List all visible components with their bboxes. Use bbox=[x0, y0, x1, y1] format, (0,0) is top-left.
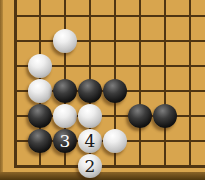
black-stone-B3 bbox=[28, 104, 52, 128]
white-stone-B4 bbox=[28, 79, 52, 103]
white-stone-D1-move-2: 2 bbox=[78, 154, 102, 178]
white-stone-E2 bbox=[103, 129, 127, 153]
white-stone-D3 bbox=[78, 104, 102, 128]
move-number-label: 2 bbox=[85, 154, 96, 178]
black-stone-F3 bbox=[128, 104, 152, 128]
go-board[interactable]: 342 bbox=[0, 0, 205, 180]
move-number-label: 4 bbox=[85, 129, 96, 153]
black-stone-C2-move-3: 3 bbox=[53, 129, 77, 153]
black-stone-B2 bbox=[28, 129, 52, 153]
grid-line bbox=[14, 0, 17, 168]
black-stone-E4 bbox=[103, 79, 127, 103]
move-number-label: 3 bbox=[60, 129, 71, 153]
black-stone-G3 bbox=[153, 104, 177, 128]
go-diagram: 342 bbox=[0, 0, 205, 180]
white-stone-C3 bbox=[53, 104, 77, 128]
white-stone-C6 bbox=[53, 29, 77, 53]
white-stone-D2-move-4: 4 bbox=[78, 129, 102, 153]
grid-line bbox=[14, 40, 205, 42]
grid-line bbox=[14, 165, 205, 168]
black-stone-C4 bbox=[53, 79, 77, 103]
grid-line bbox=[139, 0, 141, 168]
black-stone-D4 bbox=[78, 79, 102, 103]
grid-line bbox=[189, 0, 191, 168]
white-stone-B5 bbox=[28, 54, 52, 78]
grid-line bbox=[164, 0, 166, 168]
grid-line bbox=[14, 15, 205, 17]
